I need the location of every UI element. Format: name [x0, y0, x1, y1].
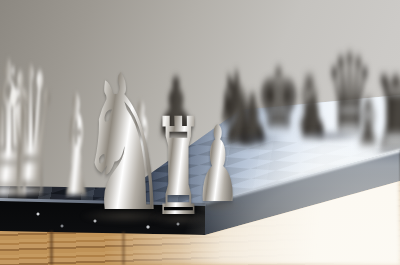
- rook-reflection: [150, 212, 210, 226]
- chess-photo-scene: ♟ ♞ ♟ ♚ ♝ ♟ ♛ ♝ ♜ ♚ ♛ ♝ ♝ ♞ ♜ ♟: [0, 0, 400, 265]
- pawn-reflection: [193, 200, 243, 212]
- black-pieces-shadow: [295, 130, 365, 142]
- black-pieces-shadow: [225, 133, 285, 145]
- table-plank-seam: [122, 232, 125, 265]
- table-plank-seam: [50, 231, 53, 265]
